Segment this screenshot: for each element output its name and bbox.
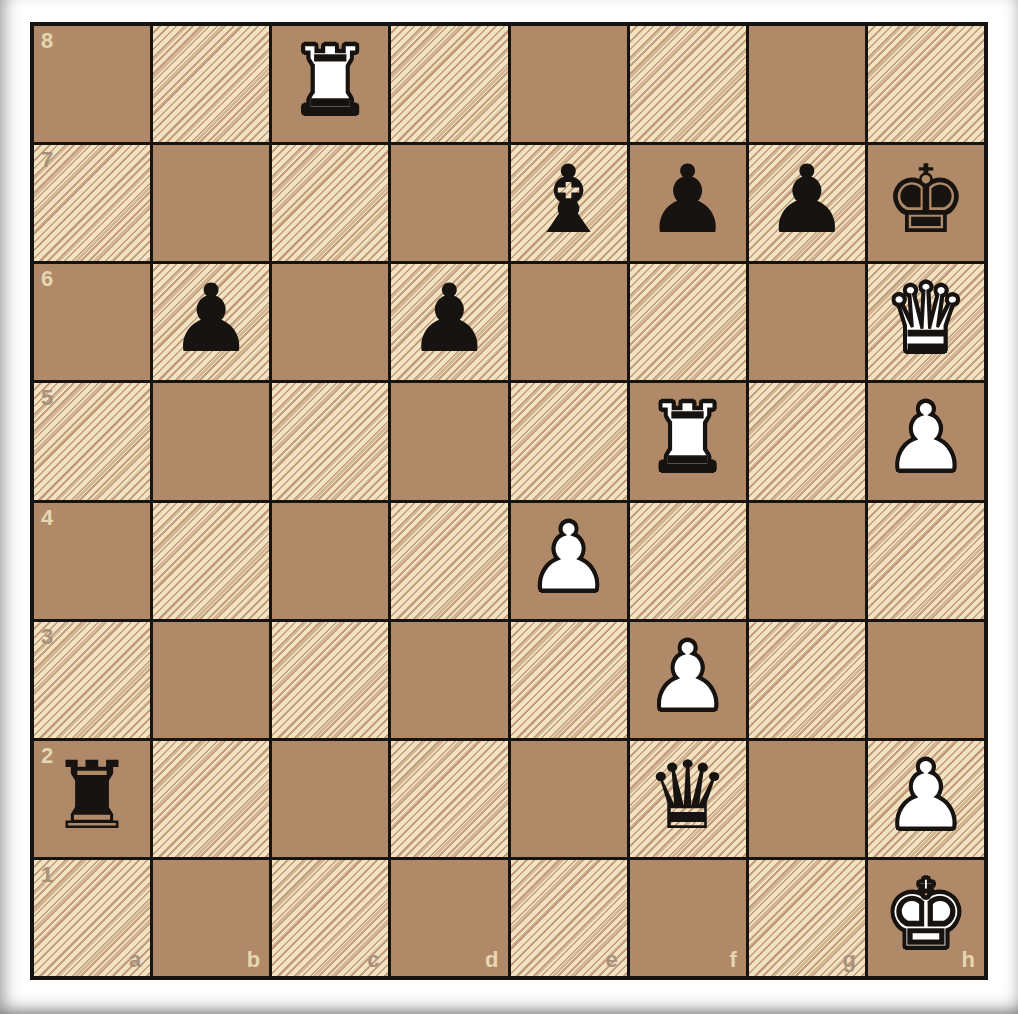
chess-board: 8♜7♝♟♟♚6♟♟♛5♜♟4♟3♟2♜♛♟1abcdefgh♚ xyxy=(30,22,988,980)
square-g4[interactable] xyxy=(749,503,865,619)
square-b2[interactable] xyxy=(153,741,269,857)
square-f8[interactable] xyxy=(630,26,746,142)
square-g7[interactable]: ♟ xyxy=(749,145,865,261)
square-d8[interactable] xyxy=(391,26,507,142)
piece-black-pawn[interactable]: ♟ xyxy=(646,153,730,247)
rank-label-6: 6 xyxy=(41,268,53,290)
square-g3[interactable] xyxy=(749,622,865,738)
square-a4[interactable]: 4 xyxy=(34,503,150,619)
square-h8[interactable] xyxy=(868,26,984,142)
square-f1[interactable]: f xyxy=(630,860,746,976)
square-c1[interactable]: c xyxy=(272,860,388,976)
square-a5[interactable]: 5 xyxy=(34,383,150,499)
rank-label-7: 7 xyxy=(41,149,53,171)
file-label-a: a xyxy=(129,949,141,971)
file-label-b: b xyxy=(247,949,260,971)
square-g5[interactable] xyxy=(749,383,865,499)
square-e1[interactable]: e xyxy=(511,860,627,976)
square-d2[interactable] xyxy=(391,741,507,857)
square-c5[interactable] xyxy=(272,383,388,499)
piece-black-pawn[interactable]: ♟ xyxy=(765,153,849,247)
square-b4[interactable] xyxy=(153,503,269,619)
square-e6[interactable] xyxy=(511,264,627,380)
square-b6[interactable]: ♟ xyxy=(153,264,269,380)
square-h6[interactable]: ♛ xyxy=(868,264,984,380)
piece-black-pawn[interactable]: ♟ xyxy=(407,272,491,366)
piece-black-king[interactable]: ♚ xyxy=(884,153,968,247)
piece-black-rook[interactable]: ♜ xyxy=(50,749,134,843)
square-d7[interactable] xyxy=(391,145,507,261)
piece-black-pawn[interactable]: ♟ xyxy=(169,272,253,366)
piece-white-pawn[interactable]: ♟ xyxy=(526,511,610,605)
file-label-d: d xyxy=(485,949,498,971)
rank-label-1: 1 xyxy=(41,864,53,886)
square-e5[interactable] xyxy=(511,383,627,499)
square-c4[interactable] xyxy=(272,503,388,619)
square-d4[interactable] xyxy=(391,503,507,619)
square-a1[interactable]: 1a xyxy=(34,860,150,976)
square-e7[interactable]: ♝ xyxy=(511,145,627,261)
square-h2[interactable]: ♟ xyxy=(868,741,984,857)
file-label-f: f xyxy=(729,949,736,971)
square-a8[interactable]: 8 xyxy=(34,26,150,142)
file-label-e: e xyxy=(605,949,617,971)
square-b3[interactable] xyxy=(153,622,269,738)
square-d6[interactable]: ♟ xyxy=(391,264,507,380)
square-h5[interactable]: ♟ xyxy=(868,383,984,499)
rank-label-5: 5 xyxy=(41,387,53,409)
square-b1[interactable]: b xyxy=(153,860,269,976)
square-e2[interactable] xyxy=(511,741,627,857)
square-h7[interactable]: ♚ xyxy=(868,145,984,261)
square-g2[interactable] xyxy=(749,741,865,857)
square-b5[interactable] xyxy=(153,383,269,499)
square-b7[interactable] xyxy=(153,145,269,261)
rank-label-4: 4 xyxy=(41,507,53,529)
square-a2[interactable]: 2♜ xyxy=(34,741,150,857)
square-a3[interactable]: 3 xyxy=(34,622,150,738)
square-f2[interactable]: ♛ xyxy=(630,741,746,857)
piece-white-pawn[interactable]: ♟ xyxy=(646,630,730,724)
square-f7[interactable]: ♟ xyxy=(630,145,746,261)
square-a6[interactable]: 6 xyxy=(34,264,150,380)
square-b8[interactable] xyxy=(153,26,269,142)
piece-white-rook[interactable]: ♜ xyxy=(288,34,372,128)
square-f3[interactable]: ♟ xyxy=(630,622,746,738)
rank-label-8: 8 xyxy=(41,30,53,52)
rank-label-3: 3 xyxy=(41,626,53,648)
square-f4[interactable] xyxy=(630,503,746,619)
piece-white-king[interactable]: ♚ xyxy=(884,868,968,962)
file-label-g: g xyxy=(842,949,855,971)
square-f6[interactable] xyxy=(630,264,746,380)
square-h4[interactable] xyxy=(868,503,984,619)
piece-black-bishop[interactable]: ♝ xyxy=(526,153,610,247)
square-e3[interactable] xyxy=(511,622,627,738)
square-e8[interactable] xyxy=(511,26,627,142)
square-h1[interactable]: h♚ xyxy=(868,860,984,976)
piece-white-queen[interactable]: ♛ xyxy=(884,272,968,366)
square-d5[interactable] xyxy=(391,383,507,499)
square-a7[interactable]: 7 xyxy=(34,145,150,261)
square-d3[interactable] xyxy=(391,622,507,738)
square-e4[interactable]: ♟ xyxy=(511,503,627,619)
square-c6[interactable] xyxy=(272,264,388,380)
square-f5[interactable]: ♜ xyxy=(630,383,746,499)
file-label-c: c xyxy=(367,949,379,971)
piece-white-rook[interactable]: ♜ xyxy=(646,391,730,485)
square-d1[interactable]: d xyxy=(391,860,507,976)
square-g1[interactable]: g xyxy=(749,860,865,976)
square-c8[interactable]: ♜ xyxy=(272,26,388,142)
square-c2[interactable] xyxy=(272,741,388,857)
piece-white-pawn[interactable]: ♟ xyxy=(884,391,968,485)
piece-black-queen[interactable]: ♛ xyxy=(646,749,730,843)
square-g8[interactable] xyxy=(749,26,865,142)
square-g6[interactable] xyxy=(749,264,865,380)
square-h3[interactable] xyxy=(868,622,984,738)
square-c7[interactable] xyxy=(272,145,388,261)
square-c3[interactable] xyxy=(272,622,388,738)
piece-white-pawn[interactable]: ♟ xyxy=(884,749,968,843)
